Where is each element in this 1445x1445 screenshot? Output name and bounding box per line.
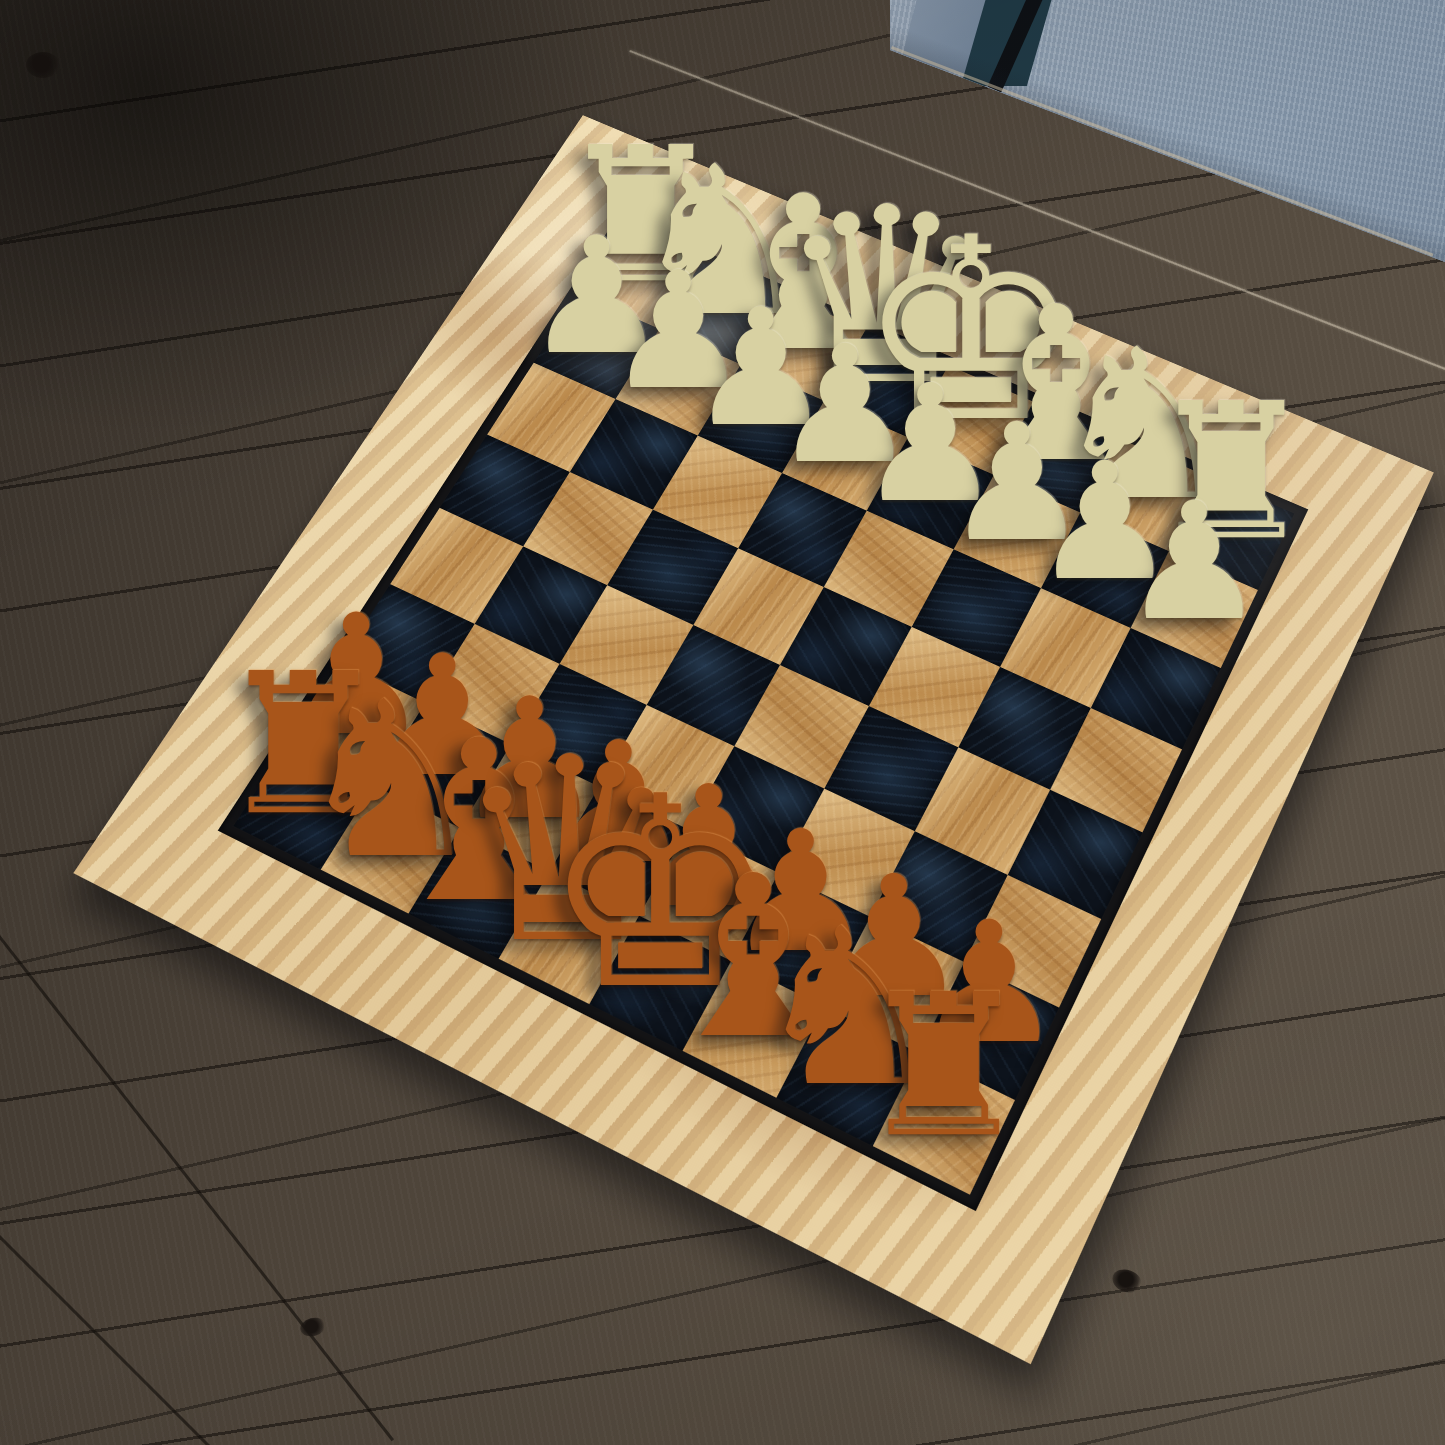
scene: ♜♞♝♛♚♝♞♜♟♟♟♟♟♟♟♟♟♟♟♟♟♟♟♟♜♞♝♛♚♝♞♜: [0, 0, 1445, 1445]
piece-white-rook-h1[interactable]: ♜: [856, 967, 1032, 1163]
piece-black-pawn-h7[interactable]: ♟: [1121, 480, 1267, 642]
wood-knot: [26, 52, 60, 78]
